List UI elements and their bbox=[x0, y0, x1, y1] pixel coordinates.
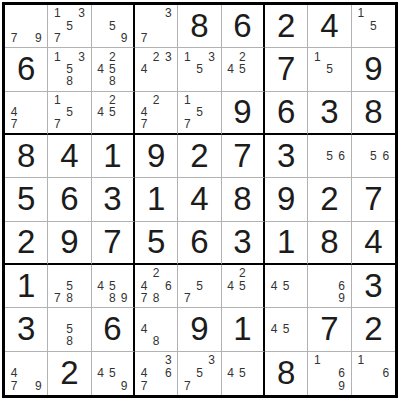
pencil-mark-3: 3 bbox=[76, 7, 88, 19]
pencil-marks: 169 bbox=[308, 352, 350, 395]
cell-r4c2[interactable]: 4 bbox=[48, 135, 91, 178]
cell-r7c9[interactable]: 3 bbox=[352, 265, 395, 308]
pencil-mark-4: 4 bbox=[95, 106, 107, 118]
pencil-mark-7: 7 bbox=[181, 118, 193, 130]
pencil-mark-1: 1 bbox=[181, 50, 193, 62]
pencil-mark-5: 5 bbox=[323, 63, 335, 75]
cell-r4c9[interactable]: 56 bbox=[352, 135, 395, 178]
pencil-mark-9: 9 bbox=[32, 379, 44, 392]
cell-value: 6 bbox=[222, 5, 263, 47]
cell-r9c9[interactable]: 16 bbox=[352, 352, 395, 395]
pencil-mark-5: 5 bbox=[106, 19, 118, 31]
cell-value: 8 bbox=[352, 92, 395, 133]
cell-value: 7 bbox=[92, 222, 133, 263]
pencil-mark-5: 5 bbox=[106, 106, 118, 118]
pencil-mark-7: 7 bbox=[138, 32, 150, 44]
cell-r4c3[interactable]: 1 bbox=[92, 135, 135, 178]
pencil-mark-5: 5 bbox=[193, 279, 205, 291]
cell-value: 1 bbox=[222, 308, 263, 350]
sudoku-board: 7913575937862415613582458234135245715947… bbox=[2, 2, 398, 398]
pencil-marks: 56 bbox=[308, 135, 350, 177]
cell-value: 5 bbox=[135, 222, 177, 263]
pencil-mark-1: 1 bbox=[181, 94, 193, 106]
cell-value: 6 bbox=[48, 178, 90, 220]
cell-r2c7[interactable]: 7 bbox=[265, 48, 308, 91]
pencil-mark-5: 5 bbox=[280, 323, 292, 335]
pencil-mark-4: 4 bbox=[95, 63, 107, 75]
pencil-mark-7: 7 bbox=[51, 118, 63, 130]
pencil-mark-4: 4 bbox=[225, 366, 237, 379]
cell-r1c6[interactable]: 6 bbox=[222, 5, 265, 48]
pencil-mark-5: 5 bbox=[63, 106, 75, 118]
cell-r3c3[interactable]: 245 bbox=[92, 92, 135, 135]
pencil-mark-8: 8 bbox=[63, 335, 75, 347]
pencil-marks: 357 bbox=[178, 352, 220, 395]
pencil-mark-4: 4 bbox=[8, 366, 20, 379]
cell-r5c5[interactable]: 4 bbox=[178, 178, 221, 221]
cell-value: 8 bbox=[178, 5, 220, 47]
cell-r7c1[interactable]: 1 bbox=[5, 265, 48, 308]
pencil-mark-4: 4 bbox=[268, 323, 280, 335]
cell-r3c4[interactable]: 247 bbox=[135, 92, 178, 135]
cell-value: 1 bbox=[5, 265, 47, 307]
pencil-mark-6: 6 bbox=[162, 366, 174, 379]
pencil-mark-9: 9 bbox=[32, 32, 44, 44]
pencil-marks: 245 bbox=[222, 48, 263, 90]
pencil-mark-1: 1 bbox=[51, 7, 63, 19]
pencil-mark-3: 3 bbox=[162, 50, 174, 62]
cell-r6c2[interactable]: 9 bbox=[48, 222, 91, 265]
pencil-mark-3: 3 bbox=[76, 50, 88, 62]
pencil-mark-9: 9 bbox=[118, 32, 130, 44]
pencil-mark-7: 7 bbox=[8, 118, 20, 130]
pencil-marks: 479 bbox=[5, 352, 47, 395]
cell-r7c6[interactable]: 245 bbox=[222, 265, 265, 308]
cell-r8c8[interactable]: 7 bbox=[308, 308, 351, 351]
pencil-mark-5: 5 bbox=[367, 149, 379, 161]
cell-value: 8 bbox=[265, 352, 307, 395]
cell-value: 7 bbox=[265, 48, 307, 90]
cell-r5c4[interactable]: 1 bbox=[135, 178, 178, 221]
cell-r3c1[interactable]: 47 bbox=[5, 92, 48, 135]
cell-r9c5[interactable]: 357 bbox=[178, 352, 221, 395]
pencil-marks: 59 bbox=[92, 5, 133, 47]
cell-r8c5[interactable]: 9 bbox=[178, 308, 221, 351]
pencil-marks: 4589 bbox=[92, 265, 133, 307]
pencil-mark-4: 4 bbox=[225, 63, 237, 75]
cell-r1c3[interactable]: 59 bbox=[92, 5, 135, 48]
pencil-marks: 245 bbox=[92, 92, 133, 133]
cell-r2c3[interactable]: 2458 bbox=[92, 48, 135, 91]
pencil-mark-6: 6 bbox=[162, 279, 174, 291]
pencil-mark-7: 7 bbox=[51, 292, 63, 304]
pencil-mark-9: 9 bbox=[118, 379, 130, 392]
pencil-mark-4: 4 bbox=[138, 323, 150, 335]
pencil-mark-2: 2 bbox=[150, 94, 162, 106]
cell-r7c5[interactable]: 57 bbox=[178, 265, 221, 308]
pencil-mark-5: 5 bbox=[236, 279, 248, 291]
cell-r6c3[interactable]: 7 bbox=[92, 222, 135, 265]
pencil-mark-7: 7 bbox=[138, 118, 150, 130]
pencil-marks: 234 bbox=[135, 48, 177, 90]
pencil-mark-7: 7 bbox=[181, 292, 193, 304]
pencil-marks: 15 bbox=[352, 5, 395, 47]
pencil-marks: 578 bbox=[48, 265, 90, 307]
cell-r9c1[interactable]: 479 bbox=[5, 352, 48, 395]
cell-r3c6[interactable]: 9 bbox=[222, 92, 265, 135]
cell-value: 3 bbox=[222, 222, 263, 263]
cell-r1c1[interactable]: 79 bbox=[5, 5, 48, 48]
pencil-mark-6: 6 bbox=[336, 149, 348, 161]
cell-value: 3 bbox=[5, 308, 47, 350]
pencil-mark-1: 1 bbox=[355, 354, 367, 367]
pencil-mark-6: 6 bbox=[336, 366, 348, 379]
pencil-mark-5: 5 bbox=[63, 323, 75, 335]
pencil-mark-4: 4 bbox=[138, 279, 150, 291]
cell-r5c6[interactable]: 8 bbox=[222, 178, 265, 221]
cell-r6c8[interactable]: 8 bbox=[308, 222, 351, 265]
pencil-marks: 48 bbox=[135, 308, 177, 350]
cell-r2c8[interactable]: 15 bbox=[308, 48, 351, 91]
pencil-mark-7: 7 bbox=[8, 32, 20, 44]
pencil-mark-4: 4 bbox=[95, 279, 107, 291]
cell-value: 9 bbox=[135, 135, 177, 177]
cell-r8c6[interactable]: 1 bbox=[222, 308, 265, 351]
pencil-marks: 45 bbox=[265, 265, 307, 307]
cell-value: 2 bbox=[352, 308, 395, 350]
cell-value: 9 bbox=[222, 92, 263, 133]
pencil-mark-5: 5 bbox=[63, 63, 75, 75]
cell-r2c9[interactable]: 9 bbox=[352, 48, 395, 91]
pencil-mark-5: 5 bbox=[193, 63, 205, 75]
pencil-mark-7: 7 bbox=[181, 379, 193, 392]
cell-r4c7[interactable]: 3 bbox=[265, 135, 308, 178]
cell-value: 4 bbox=[308, 5, 350, 47]
cell-value: 8 bbox=[5, 135, 47, 177]
pencil-mark-7: 7 bbox=[138, 379, 150, 392]
pencil-mark-9: 9 bbox=[118, 292, 130, 304]
pencil-mark-1: 1 bbox=[51, 50, 63, 62]
cell-value: 4 bbox=[178, 178, 220, 220]
cell-r1c2[interactable]: 1357 bbox=[48, 5, 91, 48]
pencil-mark-5: 5 bbox=[106, 279, 118, 291]
cell-value: 4 bbox=[48, 135, 90, 177]
cell-value: 4 bbox=[352, 222, 395, 263]
cell-r2c1[interactable]: 6 bbox=[5, 48, 48, 91]
cell-r3c5[interactable]: 157 bbox=[178, 92, 221, 135]
pencil-mark-9: 9 bbox=[336, 379, 348, 392]
pencil-mark-5: 5 bbox=[367, 19, 379, 31]
pencil-marks: 45 bbox=[222, 352, 263, 395]
cell-value: 1 bbox=[135, 178, 177, 220]
cell-r7c3[interactable]: 4589 bbox=[92, 265, 135, 308]
cell-r9c2[interactable]: 2 bbox=[48, 352, 91, 395]
cell-r4c6[interactable]: 7 bbox=[222, 135, 265, 178]
pencil-mark-3: 3 bbox=[162, 7, 174, 19]
cell-r7c7[interactable]: 45 bbox=[265, 265, 308, 308]
pencil-mark-5: 5 bbox=[106, 366, 118, 379]
cell-r5c2[interactable]: 6 bbox=[48, 178, 91, 221]
pencil-mark-8: 8 bbox=[150, 292, 162, 304]
cell-r5c7[interactable]: 9 bbox=[265, 178, 308, 221]
cell-r3c9[interactable]: 8 bbox=[352, 92, 395, 135]
cell-value: 2 bbox=[48, 352, 90, 395]
cell-r2c4[interactable]: 234 bbox=[135, 48, 178, 91]
pencil-mark-8: 8 bbox=[106, 292, 118, 304]
cell-r9c8[interactable]: 169 bbox=[308, 352, 351, 395]
cell-r6c1[interactable]: 2 bbox=[5, 222, 48, 265]
cell-r5c3[interactable]: 3 bbox=[92, 178, 135, 221]
cell-r3c2[interactable]: 157 bbox=[48, 92, 91, 135]
pencil-mark-4: 4 bbox=[225, 279, 237, 291]
cell-value: 2 bbox=[308, 178, 350, 220]
pencil-marks: 56 bbox=[352, 135, 395, 177]
cell-r2c6[interactable]: 245 bbox=[222, 48, 265, 91]
pencil-marks: 1357 bbox=[48, 5, 90, 47]
cell-r7c8[interactable]: 69 bbox=[308, 265, 351, 308]
pencil-mark-4: 4 bbox=[95, 366, 107, 379]
pencil-mark-2: 2 bbox=[150, 50, 162, 62]
cell-r8c3[interactable]: 6 bbox=[92, 308, 135, 351]
cell-r4c8[interactable]: 56 bbox=[308, 135, 351, 178]
cell-r6c9[interactable]: 4 bbox=[352, 222, 395, 265]
cell-r6c6[interactable]: 3 bbox=[222, 222, 265, 265]
cell-value: 1 bbox=[92, 135, 133, 177]
pencil-marks: 45 bbox=[265, 308, 307, 350]
cell-value: 3 bbox=[265, 135, 307, 177]
cell-value: 6 bbox=[5, 48, 47, 90]
pencil-mark-4: 4 bbox=[138, 63, 150, 75]
cell-r8c2[interactable]: 58 bbox=[48, 308, 91, 351]
cell-value: 9 bbox=[48, 222, 90, 263]
pencil-mark-8: 8 bbox=[150, 335, 162, 347]
cell-r1c8[interactable]: 4 bbox=[308, 5, 351, 48]
cell-r1c9[interactable]: 15 bbox=[352, 5, 395, 48]
pencil-marks: 135 bbox=[178, 48, 220, 90]
pencil-mark-8: 8 bbox=[63, 292, 75, 304]
cell-r9c6[interactable]: 45 bbox=[222, 352, 265, 395]
pencil-mark-6: 6 bbox=[380, 149, 392, 161]
cell-r9c3[interactable]: 459 bbox=[92, 352, 135, 395]
cell-r6c7[interactable]: 1 bbox=[265, 222, 308, 265]
pencil-mark-5: 5 bbox=[236, 366, 248, 379]
pencil-marks: 16 bbox=[352, 352, 395, 395]
cell-r2c5[interactable]: 135 bbox=[178, 48, 221, 91]
cell-r1c4[interactable]: 37 bbox=[135, 5, 178, 48]
pencil-mark-4: 4 bbox=[138, 366, 150, 379]
cell-r9c4[interactable]: 3467 bbox=[135, 352, 178, 395]
pencil-marks: 79 bbox=[5, 5, 47, 47]
pencil-marks: 58 bbox=[48, 308, 90, 350]
cell-value: 6 bbox=[265, 92, 307, 133]
pencil-marks: 245 bbox=[222, 265, 263, 307]
cell-value: 3 bbox=[352, 265, 395, 307]
cell-r6c4[interactable]: 5 bbox=[135, 222, 178, 265]
pencil-mark-3: 3 bbox=[162, 354, 174, 367]
pencil-marks: 69 bbox=[308, 265, 350, 307]
cell-r5c1[interactable]: 5 bbox=[5, 178, 48, 221]
pencil-mark-8: 8 bbox=[106, 75, 118, 87]
pencil-mark-7: 7 bbox=[8, 379, 20, 392]
pencil-mark-3: 3 bbox=[206, 354, 218, 367]
cell-r8c4[interactable]: 48 bbox=[135, 308, 178, 351]
cell-r3c8[interactable]: 3 bbox=[308, 92, 351, 135]
cell-r8c7[interactable]: 45 bbox=[265, 308, 308, 351]
cell-value: 3 bbox=[308, 92, 350, 133]
pencil-marks: 459 bbox=[92, 352, 133, 395]
pencil-mark-5: 5 bbox=[323, 149, 335, 161]
pencil-mark-2: 2 bbox=[236, 267, 248, 279]
cell-r5c9[interactable]: 7 bbox=[352, 178, 395, 221]
pencil-mark-2: 2 bbox=[236, 50, 248, 62]
pencil-mark-1: 1 bbox=[51, 94, 63, 106]
cell-value: 2 bbox=[178, 135, 220, 177]
cell-r8c1[interactable]: 3 bbox=[5, 308, 48, 351]
cell-value: 7 bbox=[222, 135, 263, 177]
cell-r2c2[interactable]: 1358 bbox=[48, 48, 91, 91]
cell-value: 8 bbox=[222, 178, 263, 220]
cell-r4c5[interactable]: 2 bbox=[178, 135, 221, 178]
cell-r8c9[interactable]: 2 bbox=[352, 308, 395, 351]
cell-r1c7[interactable]: 2 bbox=[265, 5, 308, 48]
pencil-mark-7: 7 bbox=[51, 32, 63, 44]
cell-r6c5[interactable]: 6 bbox=[178, 222, 221, 265]
pencil-mark-6: 6 bbox=[336, 279, 348, 291]
cell-value: 6 bbox=[178, 222, 220, 263]
pencil-marks: 57 bbox=[178, 265, 220, 307]
pencil-mark-5: 5 bbox=[63, 19, 75, 31]
pencil-marks: 157 bbox=[48, 92, 90, 133]
pencil-mark-1: 1 bbox=[311, 50, 323, 62]
pencil-marks: 3467 bbox=[135, 352, 177, 395]
cell-value: 9 bbox=[178, 308, 220, 350]
pencil-mark-2: 2 bbox=[106, 94, 118, 106]
pencil-marks: 1358 bbox=[48, 48, 90, 90]
cell-r5c8[interactable]: 2 bbox=[308, 178, 351, 221]
pencil-mark-3: 3 bbox=[206, 50, 218, 62]
cell-value: 7 bbox=[308, 308, 350, 350]
cell-r3c7[interactable]: 6 bbox=[265, 92, 308, 135]
cell-value: 7 bbox=[352, 178, 395, 220]
cell-r9c7[interactable]: 8 bbox=[265, 352, 308, 395]
cell-r4c1[interactable]: 8 bbox=[5, 135, 48, 178]
cell-r7c2[interactable]: 578 bbox=[48, 265, 91, 308]
pencil-mark-2: 2 bbox=[150, 267, 162, 279]
pencil-mark-9: 9 bbox=[336, 292, 348, 304]
cell-value: 2 bbox=[5, 222, 47, 263]
cell-value: 9 bbox=[352, 48, 395, 90]
pencil-marks: 15 bbox=[308, 48, 350, 90]
pencil-mark-8: 8 bbox=[63, 75, 75, 87]
pencil-mark-1: 1 bbox=[311, 354, 323, 367]
pencil-mark-5: 5 bbox=[193, 106, 205, 118]
pencil-marks: 24678 bbox=[135, 265, 177, 307]
cell-value: 3 bbox=[92, 178, 133, 220]
pencil-mark-5: 5 bbox=[236, 63, 248, 75]
pencil-marks: 247 bbox=[135, 92, 177, 133]
pencil-marks: 37 bbox=[135, 5, 177, 47]
pencil-mark-5: 5 bbox=[280, 279, 292, 291]
pencil-marks: 47 bbox=[5, 92, 47, 133]
pencil-mark-4: 4 bbox=[268, 279, 280, 291]
cell-r1c5[interactable]: 8 bbox=[178, 5, 221, 48]
cell-r7c4[interactable]: 24678 bbox=[135, 265, 178, 308]
pencil-mark-2: 2 bbox=[106, 50, 118, 62]
pencil-mark-5: 5 bbox=[63, 279, 75, 291]
cell-value: 9 bbox=[265, 178, 307, 220]
cell-value: 2 bbox=[265, 5, 307, 47]
cell-value: 6 bbox=[92, 308, 133, 350]
pencil-marks: 2458 bbox=[92, 48, 133, 90]
cell-value: 8 bbox=[308, 222, 350, 263]
cell-r4c4[interactable]: 9 bbox=[135, 135, 178, 178]
pencil-mark-7: 7 bbox=[138, 292, 150, 304]
cell-value: 1 bbox=[265, 222, 307, 263]
pencil-mark-5: 5 bbox=[193, 366, 205, 379]
pencil-mark-1: 1 bbox=[355, 7, 367, 19]
pencil-mark-6: 6 bbox=[380, 366, 392, 379]
pencil-marks: 157 bbox=[178, 92, 220, 133]
cell-value: 5 bbox=[5, 178, 47, 220]
pencil-mark-5: 5 bbox=[106, 63, 118, 75]
